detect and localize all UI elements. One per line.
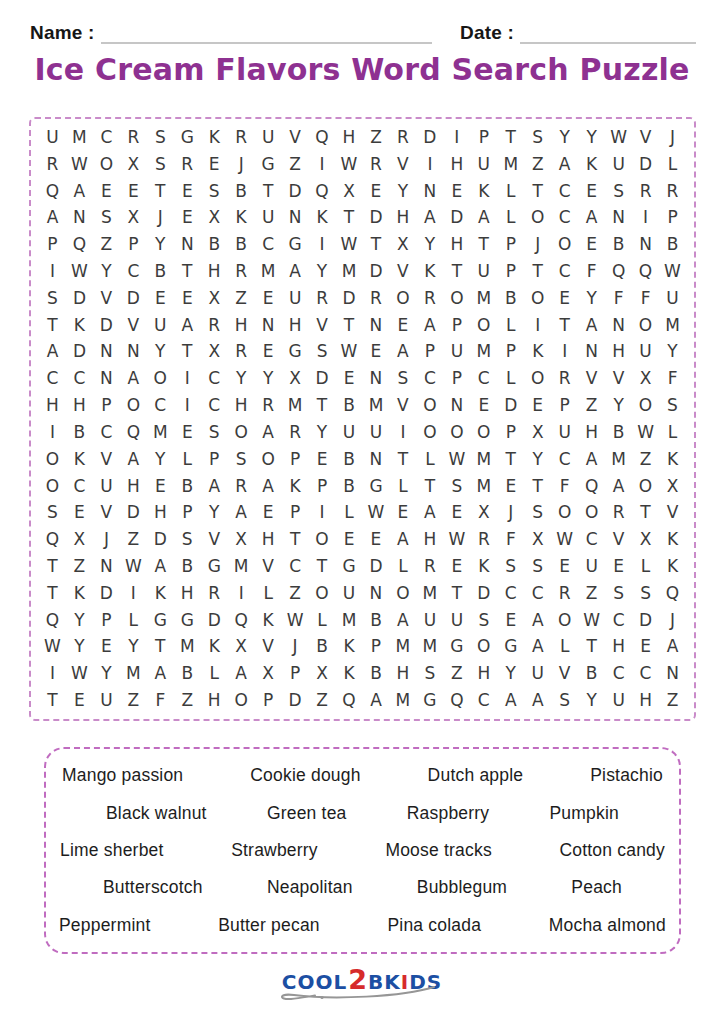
grid-cell-r11c10[interactable]: M	[282, 392, 309, 419]
grid-cell-r9c7[interactable]: X	[201, 339, 228, 366]
grid-cell-r11c19[interactable]: E	[524, 392, 551, 419]
grid-cell-r3c12[interactable]: X	[336, 178, 363, 205]
grid-cell-r4c18[interactable]: L	[497, 204, 524, 231]
grid-cell-r2c1[interactable]: R	[39, 151, 66, 178]
grid-cell-r12c20[interactable]: U	[551, 419, 578, 446]
grid-cell-r15c1[interactable]: S	[39, 499, 66, 526]
grid-cell-r4c9[interactable]: U	[255, 204, 282, 231]
grid-cell-r9c9[interactable]: E	[255, 339, 282, 366]
grid-cell-r1c6[interactable]: G	[174, 124, 201, 151]
grid-cell-r10c6[interactable]: I	[174, 365, 201, 392]
grid-cell-r10c1[interactable]: C	[39, 365, 66, 392]
grid-cell-r4c2[interactable]: N	[66, 204, 93, 231]
grid-cell-r1c13[interactable]: Z	[363, 124, 390, 151]
grid-cell-r11c21[interactable]: Z	[578, 392, 605, 419]
grid-cell-r15c17[interactable]: X	[470, 499, 497, 526]
grid-cell-r16c4[interactable]: Z	[120, 526, 147, 553]
grid-cell-r21c2[interactable]: W	[66, 660, 93, 687]
grid-cell-r14c6[interactable]: B	[174, 473, 201, 500]
grid-cell-r15c2[interactable]: E	[66, 499, 93, 526]
grid-cell-r4c6[interactable]: E	[174, 204, 201, 231]
grid-cell-r6c7[interactable]: H	[201, 258, 228, 285]
grid-cell-r6c15[interactable]: K	[416, 258, 443, 285]
grid-cell-r8c12[interactable]: T	[336, 312, 363, 339]
grid-cell-r3c17[interactable]: K	[470, 178, 497, 205]
grid-cell-r11c5[interactable]: C	[147, 392, 174, 419]
grid-cell-r11c9[interactable]: R	[255, 392, 282, 419]
grid-cell-r20c20[interactable]: L	[551, 634, 578, 661]
grid-cell-r6c1[interactable]: I	[39, 258, 66, 285]
grid-cell-r12c4[interactable]: Q	[120, 419, 147, 446]
grid-cell-r20c21[interactable]: T	[578, 634, 605, 661]
grid-cell-r10c24[interactable]: F	[659, 365, 686, 392]
grid-cell-r5c1[interactable]: P	[39, 231, 66, 258]
grid-cell-r16c21[interactable]: C	[578, 526, 605, 553]
grid-cell-r7c2[interactable]: D	[66, 285, 93, 312]
grid-cell-r16c22[interactable]: V	[605, 526, 632, 553]
grid-cell-r5c23[interactable]: N	[632, 231, 659, 258]
grid-cell-r9c22[interactable]: H	[605, 339, 632, 366]
grid-cell-r12c18[interactable]: P	[497, 419, 524, 446]
grid-cell-r5c4[interactable]: P	[120, 231, 147, 258]
grid-cell-r5c20[interactable]: O	[551, 231, 578, 258]
grid-cell-r14c24[interactable]: X	[659, 473, 686, 500]
grid-cell-r13c24[interactable]: K	[659, 446, 686, 473]
grid-cell-r22c5[interactable]: F	[147, 687, 174, 714]
grid-cell-r14c10[interactable]: K	[282, 473, 309, 500]
grid-cell-r13c2[interactable]: K	[66, 446, 93, 473]
grid-cell-r8c21[interactable]: A	[578, 312, 605, 339]
grid-cell-r9c18[interactable]: P	[497, 339, 524, 366]
grid-cell-r22c19[interactable]: A	[524, 687, 551, 714]
grid-cell-r15c19[interactable]: S	[524, 499, 551, 526]
grid-cell-r2c3[interactable]: O	[93, 151, 120, 178]
grid-cell-r19c14[interactable]: A	[389, 607, 416, 634]
grid-cell-r19c1[interactable]: Q	[39, 607, 66, 634]
grid-cell-r7c3[interactable]: V	[93, 285, 120, 312]
grid-cell-r5c12[interactable]: W	[336, 231, 363, 258]
grid-cell-r14c8[interactable]: R	[228, 473, 255, 500]
grid-cell-r7c15[interactable]: R	[416, 285, 443, 312]
grid-cell-r7c1[interactable]: S	[39, 285, 66, 312]
grid-cell-r21c23[interactable]: C	[632, 660, 659, 687]
grid-cell-r6c18[interactable]: P	[497, 258, 524, 285]
grid-cell-r15c12[interactable]: L	[336, 499, 363, 526]
grid-cell-r5c16[interactable]: H	[443, 231, 470, 258]
grid-cell-r18c6[interactable]: H	[174, 580, 201, 607]
grid-cell-r11c8[interactable]: H	[228, 392, 255, 419]
grid-cell-r8c6[interactable]: A	[174, 312, 201, 339]
grid-cell-r15c14[interactable]: E	[389, 499, 416, 526]
grid-cell-r15c22[interactable]: R	[605, 499, 632, 526]
grid-cell-r19c12[interactable]: M	[336, 607, 363, 634]
grid-cell-r19c22[interactable]: C	[605, 607, 632, 634]
grid-cell-r15c24[interactable]: V	[659, 499, 686, 526]
grid-cell-r8c18[interactable]: L	[497, 312, 524, 339]
grid-cell-r10c16[interactable]: P	[443, 365, 470, 392]
grid-cell-r12c1[interactable]: I	[39, 419, 66, 446]
grid-cell-r13c14[interactable]: T	[389, 446, 416, 473]
grid-cell-r7c10[interactable]: U	[282, 285, 309, 312]
grid-cell-r11c22[interactable]: Y	[605, 392, 632, 419]
grid-cell-r17c12[interactable]: G	[336, 553, 363, 580]
grid-cell-r8c17[interactable]: O	[470, 312, 497, 339]
grid-cell-r14c4[interactable]: H	[120, 473, 147, 500]
grid-cell-r8c7[interactable]: R	[201, 312, 228, 339]
grid-cell-r9c8[interactable]: R	[228, 339, 255, 366]
grid-cell-r20c22[interactable]: H	[605, 634, 632, 661]
grid-cell-r8c4[interactable]: V	[120, 312, 147, 339]
grid-cell-r6c20[interactable]: C	[551, 258, 578, 285]
grid-cell-r4c1[interactable]: A	[39, 204, 66, 231]
grid-cell-r11c14[interactable]: V	[389, 392, 416, 419]
grid-cell-r13c17[interactable]: M	[470, 446, 497, 473]
grid-cell-r17c5[interactable]: A	[147, 553, 174, 580]
grid-cell-r3c1[interactable]: Q	[39, 178, 66, 205]
grid-cell-r3c4[interactable]: E	[120, 178, 147, 205]
grid-cell-r3c20[interactable]: C	[551, 178, 578, 205]
grid-cell-r17c24[interactable]: K	[659, 553, 686, 580]
grid-cell-r14c12[interactable]: B	[336, 473, 363, 500]
grid-cell-r10c20[interactable]: R	[551, 365, 578, 392]
grid-cell-r16c3[interactable]: J	[93, 526, 120, 553]
grid-cell-r3c19[interactable]: T	[524, 178, 551, 205]
grid-cell-r22c1[interactable]: T	[39, 687, 66, 714]
grid-cell-r20c19[interactable]: A	[524, 634, 551, 661]
grid-cell-r21c6[interactable]: B	[174, 660, 201, 687]
grid-cell-r12c7[interactable]: S	[201, 419, 228, 446]
grid-cell-r12c22[interactable]: B	[605, 419, 632, 446]
grid-cell-r13c18[interactable]: T	[497, 446, 524, 473]
grid-cell-r17c19[interactable]: S	[524, 553, 551, 580]
grid-cell-r10c7[interactable]: C	[201, 365, 228, 392]
grid-cell-r19c16[interactable]: U	[443, 607, 470, 634]
grid-cell-r1c15[interactable]: D	[416, 124, 443, 151]
grid-cell-r2c6[interactable]: R	[174, 151, 201, 178]
grid-cell-r8c15[interactable]: A	[416, 312, 443, 339]
grid-cell-r13c9[interactable]: O	[255, 446, 282, 473]
grid-cell-r14c21[interactable]: Q	[578, 473, 605, 500]
grid-cell-r17c10[interactable]: C	[282, 553, 309, 580]
grid-cell-r4c17[interactable]: A	[470, 204, 497, 231]
grid-cell-r22c21[interactable]: Y	[578, 687, 605, 714]
grid-cell-r15c11[interactable]: I	[309, 499, 336, 526]
grid-cell-r22c13[interactable]: A	[363, 687, 390, 714]
grid-cell-r2c24[interactable]: L	[659, 151, 686, 178]
grid-cell-r2c21[interactable]: K	[578, 151, 605, 178]
grid-cell-r11c18[interactable]: D	[497, 392, 524, 419]
grid-cell-r18c23[interactable]: S	[632, 580, 659, 607]
grid-cell-r5c17[interactable]: T	[470, 231, 497, 258]
grid-cell-r6c4[interactable]: C	[120, 258, 147, 285]
grid-cell-r16c2[interactable]: X	[66, 526, 93, 553]
grid-cell-r15c23[interactable]: T	[632, 499, 659, 526]
grid-cell-r20c12[interactable]: K	[336, 634, 363, 661]
grid-cell-r21c8[interactable]: A	[228, 660, 255, 687]
grid-cell-r10c21[interactable]: V	[578, 365, 605, 392]
grid-cell-r17c13[interactable]: D	[363, 553, 390, 580]
grid-cell-r13c23[interactable]: Z	[632, 446, 659, 473]
grid-cell-r22c3[interactable]: U	[93, 687, 120, 714]
grid-cell-r18c17[interactable]: D	[470, 580, 497, 607]
grid-cell-r2c19[interactable]: Z	[524, 151, 551, 178]
grid-cell-r21c16[interactable]: Z	[443, 660, 470, 687]
grid-cell-r14c18[interactable]: E	[497, 473, 524, 500]
grid-cell-r11c7[interactable]: C	[201, 392, 228, 419]
grid-cell-r16c7[interactable]: V	[201, 526, 228, 553]
grid-cell-r18c15[interactable]: M	[416, 580, 443, 607]
grid-cell-r13c19[interactable]: Y	[524, 446, 551, 473]
grid-cell-r15c7[interactable]: Y	[201, 499, 228, 526]
grid-cell-r1c4[interactable]: R	[120, 124, 147, 151]
grid-cell-r22c7[interactable]: H	[201, 687, 228, 714]
grid-cell-r10c4[interactable]: A	[120, 365, 147, 392]
grid-cell-r6c9[interactable]: M	[255, 258, 282, 285]
grid-cell-r11c2[interactable]: H	[66, 392, 93, 419]
grid-cell-r16c11[interactable]: O	[309, 526, 336, 553]
grid-cell-r19c19[interactable]: A	[524, 607, 551, 634]
grid-cell-r6c8[interactable]: R	[228, 258, 255, 285]
grid-cell-r2c16[interactable]: H	[443, 151, 470, 178]
grid-cell-r13c12[interactable]: B	[336, 446, 363, 473]
grid-cell-r19c4[interactable]: L	[120, 607, 147, 634]
grid-cell-r20c11[interactable]: B	[309, 634, 336, 661]
grid-cell-r3c24[interactable]: R	[659, 178, 686, 205]
grid-cell-r21c10[interactable]: P	[282, 660, 309, 687]
grid-cell-r14c15[interactable]: T	[416, 473, 443, 500]
grid-cell-r10c18[interactable]: L	[497, 365, 524, 392]
grid-cell-r4c16[interactable]: D	[443, 204, 470, 231]
grid-cell-r5c9[interactable]: C	[255, 231, 282, 258]
grid-cell-r1c8[interactable]: R	[228, 124, 255, 151]
grid-cell-r13c10[interactable]: P	[282, 446, 309, 473]
grid-cell-r18c20[interactable]: R	[551, 580, 578, 607]
grid-cell-r20c7[interactable]: K	[201, 634, 228, 661]
grid-cell-r2c2[interactable]: W	[66, 151, 93, 178]
grid-cell-r18c22[interactable]: S	[605, 580, 632, 607]
grid-cell-r7c19[interactable]: O	[524, 285, 551, 312]
grid-cell-r4c3[interactable]: S	[93, 204, 120, 231]
grid-cell-r8c11[interactable]: V	[309, 312, 336, 339]
grid-cell-r8c8[interactable]: H	[228, 312, 255, 339]
grid-cell-r4c7[interactable]: X	[201, 204, 228, 231]
grid-cell-r8c1[interactable]: T	[39, 312, 66, 339]
grid-cell-r3c16[interactable]: E	[443, 178, 470, 205]
grid-cell-r14c9[interactable]: A	[255, 473, 282, 500]
grid-cell-r16c1[interactable]: Q	[39, 526, 66, 553]
grid-cell-r9c14[interactable]: A	[389, 339, 416, 366]
grid-cell-r7c13[interactable]: R	[363, 285, 390, 312]
grid-cell-r1c14[interactable]: R	[389, 124, 416, 151]
grid-cell-r9c20[interactable]: I	[551, 339, 578, 366]
grid-cell-r10c2[interactable]: C	[66, 365, 93, 392]
grid-cell-r11c6[interactable]: I	[174, 392, 201, 419]
grid-cell-r21c24[interactable]: N	[659, 660, 686, 687]
grid-cell-r18c2[interactable]: K	[66, 580, 93, 607]
grid-cell-r12c11[interactable]: Y	[309, 419, 336, 446]
grid-cell-r15c3[interactable]: V	[93, 499, 120, 526]
grid-cell-r3c11[interactable]: Q	[309, 178, 336, 205]
grid-cell-r11c20[interactable]: P	[551, 392, 578, 419]
grid-cell-r4c22[interactable]: N	[605, 204, 632, 231]
grid-cell-r2c18[interactable]: M	[497, 151, 524, 178]
grid-cell-r19c5[interactable]: G	[147, 607, 174, 634]
grid-cell-r13c7[interactable]: P	[201, 446, 228, 473]
grid-cell-r12c21[interactable]: H	[578, 419, 605, 446]
grid-cell-r17c3[interactable]: N	[93, 553, 120, 580]
grid-cell-r6c16[interactable]: T	[443, 258, 470, 285]
grid-cell-r11c15[interactable]: O	[416, 392, 443, 419]
grid-cell-r16c9[interactable]: H	[255, 526, 282, 553]
grid-cell-r16c16[interactable]: W	[443, 526, 470, 553]
grid-cell-r18c4[interactable]: I	[120, 580, 147, 607]
grid-cell-r17c18[interactable]: S	[497, 553, 524, 580]
grid-cell-r22c4[interactable]: Z	[120, 687, 147, 714]
grid-cell-r20c24[interactable]: A	[659, 634, 686, 661]
grid-cell-r12c5[interactable]: M	[147, 419, 174, 446]
grid-cell-r3c21[interactable]: E	[578, 178, 605, 205]
grid-cell-r7c12[interactable]: D	[336, 285, 363, 312]
grid-cell-r2c20[interactable]: A	[551, 151, 578, 178]
grid-cell-r22c24[interactable]: Z	[659, 687, 686, 714]
grid-cell-r10c17[interactable]: C	[470, 365, 497, 392]
grid-cell-r22c16[interactable]: Q	[443, 687, 470, 714]
grid-cell-r19c2[interactable]: Y	[66, 607, 93, 634]
grid-cell-r6c10[interactable]: A	[282, 258, 309, 285]
grid-cell-r14c2[interactable]: C	[66, 473, 93, 500]
grid-cell-r2c11[interactable]: I	[309, 151, 336, 178]
grid-cell-r17c21[interactable]: U	[578, 553, 605, 580]
grid-cell-r19c15[interactable]: U	[416, 607, 443, 634]
grid-cell-r6c22[interactable]: Q	[605, 258, 632, 285]
grid-cell-r14c16[interactable]: S	[443, 473, 470, 500]
grid-cell-r7c20[interactable]: E	[551, 285, 578, 312]
grid-cell-r1c11[interactable]: Q	[309, 124, 336, 151]
grid-cell-r13c13[interactable]: N	[363, 446, 390, 473]
grid-cell-r9c19[interactable]: K	[524, 339, 551, 366]
grid-cell-r19c11[interactable]: L	[309, 607, 336, 634]
grid-cell-r22c23[interactable]: H	[632, 687, 659, 714]
grid-cell-r8c5[interactable]: U	[147, 312, 174, 339]
grid-cell-r3c9[interactable]: T	[255, 178, 282, 205]
grid-cell-r17c23[interactable]: L	[632, 553, 659, 580]
grid-cell-r16c12[interactable]: E	[336, 526, 363, 553]
grid-cell-r21c18[interactable]: Y	[497, 660, 524, 687]
grid-cell-r22c9[interactable]: P	[255, 687, 282, 714]
grid-cell-r1c5[interactable]: S	[147, 124, 174, 151]
grid-cell-r5c15[interactable]: Y	[416, 231, 443, 258]
grid-cell-r22c14[interactable]: M	[389, 687, 416, 714]
grid-cell-r3c10[interactable]: D	[282, 178, 309, 205]
grid-cell-r10c11[interactable]: D	[309, 365, 336, 392]
grid-cell-r2c23[interactable]: D	[632, 151, 659, 178]
grid-cell-r2c22[interactable]: U	[605, 151, 632, 178]
grid-cell-r14c1[interactable]: O	[39, 473, 66, 500]
grid-cell-r13c16[interactable]: W	[443, 446, 470, 473]
grid-cell-r8c16[interactable]: P	[443, 312, 470, 339]
grid-cell-r6c21[interactable]: F	[578, 258, 605, 285]
grid-cell-r1c9[interactable]: U	[255, 124, 282, 151]
grid-cell-r9c2[interactable]: D	[66, 339, 93, 366]
grid-cell-r5c13[interactable]: T	[363, 231, 390, 258]
grid-cell-r7c17[interactable]: M	[470, 285, 497, 312]
grid-cell-r21c5[interactable]: A	[147, 660, 174, 687]
grid-cell-r8c10[interactable]: H	[282, 312, 309, 339]
grid-cell-r20c18[interactable]: G	[497, 634, 524, 661]
grid-cell-r3c22[interactable]: S	[605, 178, 632, 205]
grid-cell-r11c4[interactable]: O	[120, 392, 147, 419]
grid-cell-r7c5[interactable]: E	[147, 285, 174, 312]
grid-cell-r2c12[interactable]: W	[336, 151, 363, 178]
grid-cell-r2c13[interactable]: R	[363, 151, 390, 178]
grid-cell-r7c7[interactable]: X	[201, 285, 228, 312]
grid-cell-r1c18[interactable]: T	[497, 124, 524, 151]
grid-cell-r5c22[interactable]: B	[605, 231, 632, 258]
grid-cell-r6c17[interactable]: U	[470, 258, 497, 285]
grid-cell-r12c23[interactable]: W	[632, 419, 659, 446]
grid-cell-r8c14[interactable]: E	[389, 312, 416, 339]
grid-cell-r9c3[interactable]: N	[93, 339, 120, 366]
grid-cell-r7c11[interactable]: R	[309, 285, 336, 312]
grid-cell-r16c6[interactable]: S	[174, 526, 201, 553]
grid-cell-r10c15[interactable]: C	[416, 365, 443, 392]
grid-cell-r2c15[interactable]: I	[416, 151, 443, 178]
grid-cell-r13c21[interactable]: A	[578, 446, 605, 473]
grid-cell-r7c21[interactable]: Y	[578, 285, 605, 312]
grid-cell-r13c4[interactable]: A	[120, 446, 147, 473]
grid-cell-r13c11[interactable]: E	[309, 446, 336, 473]
grid-cell-r10c3[interactable]: N	[93, 365, 120, 392]
grid-cell-r13c22[interactable]: M	[605, 446, 632, 473]
grid-cell-r21c13[interactable]: B	[363, 660, 390, 687]
grid-cell-r19c17[interactable]: S	[470, 607, 497, 634]
grid-cell-r9c15[interactable]: P	[416, 339, 443, 366]
grid-cell-r17c2[interactable]: Z	[66, 553, 93, 580]
grid-cell-r22c10[interactable]: D	[282, 687, 309, 714]
grid-cell-r20c23[interactable]: E	[632, 634, 659, 661]
grid-cell-r21c22[interactable]: C	[605, 660, 632, 687]
grid-cell-r9c16[interactable]: U	[443, 339, 470, 366]
grid-cell-r8c23[interactable]: O	[632, 312, 659, 339]
grid-cell-r21c3[interactable]: Y	[93, 660, 120, 687]
grid-cell-r6c6[interactable]: T	[174, 258, 201, 285]
grid-cell-r6c24[interactable]: W	[659, 258, 686, 285]
grid-cell-r5c24[interactable]: B	[659, 231, 686, 258]
grid-cell-r17c20[interactable]: E	[551, 553, 578, 580]
grid-cell-r14c17[interactable]: M	[470, 473, 497, 500]
grid-cell-r10c5[interactable]: O	[147, 365, 174, 392]
grid-cell-r22c8[interactable]: O	[228, 687, 255, 714]
grid-cell-r16c19[interactable]: X	[524, 526, 551, 553]
grid-cell-r3c14[interactable]: Y	[389, 178, 416, 205]
grid-cell-r5c5[interactable]: Y	[147, 231, 174, 258]
grid-cell-r12c10[interactable]: R	[282, 419, 309, 446]
grid-cell-r5c2[interactable]: Q	[66, 231, 93, 258]
grid-cell-r12c24[interactable]: L	[659, 419, 686, 446]
grid-cell-r10c22[interactable]: V	[605, 365, 632, 392]
grid-cell-r11c17[interactable]: E	[470, 392, 497, 419]
grid-cell-r4c15[interactable]: A	[416, 204, 443, 231]
grid-cell-r4c8[interactable]: K	[228, 204, 255, 231]
grid-cell-r17c16[interactable]: E	[443, 553, 470, 580]
grid-cell-r16c24[interactable]: K	[659, 526, 686, 553]
grid-cell-r2c17[interactable]: U	[470, 151, 497, 178]
grid-cell-r21c7[interactable]: L	[201, 660, 228, 687]
grid-cell-r5c21[interactable]: E	[578, 231, 605, 258]
grid-cell-r8c9[interactable]: N	[255, 312, 282, 339]
grid-cell-r20c17[interactable]: O	[470, 634, 497, 661]
grid-cell-r6c23[interactable]: Q	[632, 258, 659, 285]
